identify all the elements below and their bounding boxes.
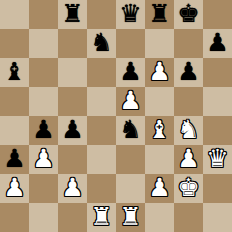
square-e3[interactable] [116, 145, 145, 174]
square-e2[interactable] [116, 174, 145, 203]
square-b8[interactable] [29, 0, 58, 29]
square-g6[interactable]: ♟ [174, 58, 203, 87]
square-b6[interactable] [29, 58, 58, 87]
square-h7[interactable]: ♟ [203, 29, 232, 58]
square-f5[interactable] [145, 87, 174, 116]
square-g2[interactable]: ♚ [174, 174, 203, 203]
square-b5[interactable] [29, 87, 58, 116]
square-g7[interactable] [174, 29, 203, 58]
square-a2[interactable]: ♟ [0, 174, 29, 203]
black-bishop[interactable]: ♝ [3, 58, 25, 86]
square-e5[interactable]: ♟ [116, 87, 145, 116]
square-b4[interactable]: ♟ [29, 116, 58, 145]
square-g4[interactable]: ♞ [174, 116, 203, 145]
square-h2[interactable] [203, 174, 232, 203]
white-knight[interactable]: ♞ [177, 116, 199, 144]
white-king[interactable]: ♚ [177, 174, 199, 202]
square-c1[interactable] [58, 203, 87, 232]
square-d6[interactable] [87, 58, 116, 87]
square-g5[interactable] [174, 87, 203, 116]
black-knight[interactable]: ♞ [90, 29, 112, 57]
square-a8[interactable] [0, 0, 29, 29]
square-b1[interactable] [29, 203, 58, 232]
white-bishop[interactable]: ♝ [148, 116, 170, 144]
square-a6[interactable]: ♝ [0, 58, 29, 87]
square-c8[interactable]: ♜ [58, 0, 87, 29]
square-f4[interactable]: ♝ [145, 116, 174, 145]
square-f7[interactable] [145, 29, 174, 58]
white-pawn[interactable]: ♟ [148, 58, 170, 86]
square-e1[interactable]: ♜ [116, 203, 145, 232]
square-f3[interactable] [145, 145, 174, 174]
square-c7[interactable] [58, 29, 87, 58]
square-e6[interactable]: ♟ [116, 58, 145, 87]
square-c6[interactable] [58, 58, 87, 87]
square-b3[interactable]: ♟ [29, 145, 58, 174]
square-c3[interactable] [58, 145, 87, 174]
square-h4[interactable] [203, 116, 232, 145]
chess-board: ♜♛♜♚♞♟♝♟♟♟♟♟♟♞♝♞♟♟♟♛♟♟♟♚♜♜ [0, 0, 232, 232]
white-pawn[interactable]: ♟ [119, 87, 141, 115]
black-rook[interactable]: ♜ [61, 0, 83, 28]
white-pawn[interactable]: ♟ [61, 174, 83, 202]
square-c2[interactable]: ♟ [58, 174, 87, 203]
white-pawn[interactable]: ♟ [32, 145, 54, 173]
square-b2[interactable] [29, 174, 58, 203]
square-d5[interactable] [87, 87, 116, 116]
black-pawn[interactable]: ♟ [119, 58, 141, 86]
square-f2[interactable]: ♟ [145, 174, 174, 203]
square-h3[interactable]: ♛ [203, 145, 232, 174]
black-rook[interactable]: ♜ [148, 0, 170, 28]
square-d8[interactable] [87, 0, 116, 29]
square-a4[interactable] [0, 116, 29, 145]
white-rook[interactable]: ♜ [90, 203, 112, 231]
square-g3[interactable]: ♟ [174, 145, 203, 174]
square-c4[interactable]: ♟ [58, 116, 87, 145]
black-queen[interactable]: ♛ [119, 0, 141, 28]
white-pawn[interactable]: ♟ [3, 174, 25, 202]
square-b7[interactable] [29, 29, 58, 58]
square-e7[interactable] [116, 29, 145, 58]
square-h8[interactable] [203, 0, 232, 29]
square-a5[interactable] [0, 87, 29, 116]
black-pawn[interactable]: ♟ [61, 116, 83, 144]
square-h6[interactable] [203, 58, 232, 87]
white-rook[interactable]: ♜ [119, 203, 141, 231]
square-g8[interactable]: ♚ [174, 0, 203, 29]
black-pawn[interactable]: ♟ [32, 116, 54, 144]
black-pawn[interactable]: ♟ [206, 29, 228, 57]
square-d3[interactable] [87, 145, 116, 174]
square-h1[interactable] [203, 203, 232, 232]
square-e4[interactable]: ♞ [116, 116, 145, 145]
square-d2[interactable] [87, 174, 116, 203]
white-pawn[interactable]: ♟ [177, 145, 199, 173]
square-e8[interactable]: ♛ [116, 0, 145, 29]
white-queen[interactable]: ♛ [206, 145, 228, 173]
square-d1[interactable]: ♜ [87, 203, 116, 232]
black-knight[interactable]: ♞ [119, 116, 141, 144]
square-a7[interactable] [0, 29, 29, 58]
black-pawn[interactable]: ♟ [3, 145, 25, 173]
square-d4[interactable] [87, 116, 116, 145]
square-h5[interactable] [203, 87, 232, 116]
white-pawn[interactable]: ♟ [148, 174, 170, 202]
square-a1[interactable] [0, 203, 29, 232]
square-g1[interactable] [174, 203, 203, 232]
square-f8[interactable]: ♜ [145, 0, 174, 29]
square-f6[interactable]: ♟ [145, 58, 174, 87]
black-king[interactable]: ♚ [177, 0, 199, 28]
square-d7[interactable]: ♞ [87, 29, 116, 58]
black-pawn[interactable]: ♟ [177, 58, 199, 86]
square-c5[interactable] [58, 87, 87, 116]
square-f1[interactable] [145, 203, 174, 232]
square-a3[interactable]: ♟ [0, 145, 29, 174]
